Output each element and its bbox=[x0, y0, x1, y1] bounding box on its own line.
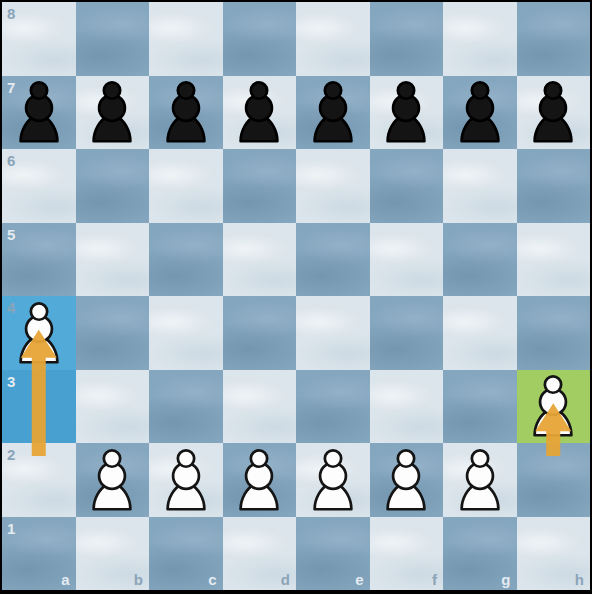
file-label-d: d bbox=[281, 572, 290, 587]
white-pawn-e2[interactable] bbox=[299, 446, 367, 514]
file-label-h: h bbox=[575, 572, 584, 587]
black-pawn-d7[interactable] bbox=[225, 78, 293, 146]
square-b2[interactable] bbox=[76, 443, 150, 517]
square-b4[interactable] bbox=[76, 296, 150, 370]
black-pawn-c7[interactable] bbox=[152, 78, 220, 146]
black-pawn-e7[interactable] bbox=[299, 78, 367, 146]
white-pawn-b2[interactable] bbox=[78, 446, 146, 514]
square-e2[interactable] bbox=[296, 443, 370, 517]
square-e5[interactable] bbox=[296, 223, 370, 297]
square-h1[interactable]: h bbox=[517, 517, 591, 591]
black-pawn-b7[interactable] bbox=[78, 78, 146, 146]
square-g1[interactable]: g bbox=[443, 517, 517, 591]
square-b6[interactable] bbox=[76, 149, 150, 223]
file-label-c: c bbox=[208, 572, 216, 587]
square-f4[interactable] bbox=[370, 296, 444, 370]
square-c5[interactable] bbox=[149, 223, 223, 297]
white-pawn-f2[interactable] bbox=[372, 446, 440, 514]
square-h2[interactable] bbox=[517, 443, 591, 517]
square-d8[interactable] bbox=[223, 2, 297, 76]
square-e7[interactable] bbox=[296, 76, 370, 150]
square-g4[interactable] bbox=[443, 296, 517, 370]
square-g8[interactable] bbox=[443, 2, 517, 76]
square-e1[interactable]: e bbox=[296, 517, 370, 591]
square-c3[interactable] bbox=[149, 370, 223, 444]
rank-label-5: 5 bbox=[7, 227, 15, 242]
square-d6[interactable] bbox=[223, 149, 297, 223]
square-c1[interactable]: c bbox=[149, 517, 223, 591]
square-a7[interactable]: 7 bbox=[2, 76, 76, 150]
black-pawn-f7[interactable] bbox=[372, 78, 440, 146]
square-c2[interactable] bbox=[149, 443, 223, 517]
black-pawn-a7[interactable] bbox=[5, 78, 73, 146]
square-c7[interactable] bbox=[149, 76, 223, 150]
square-b7[interactable] bbox=[76, 76, 150, 150]
file-label-b: b bbox=[134, 572, 143, 587]
file-label-g: g bbox=[501, 572, 510, 587]
square-a3[interactable]: 3 bbox=[2, 370, 76, 444]
white-pawn-c2[interactable] bbox=[152, 446, 220, 514]
file-label-f: f bbox=[432, 572, 437, 587]
square-b1[interactable]: b bbox=[76, 517, 150, 591]
square-h3[interactable] bbox=[517, 370, 591, 444]
white-pawn-h3[interactable] bbox=[519, 372, 587, 440]
square-f6[interactable] bbox=[370, 149, 444, 223]
square-h6[interactable] bbox=[517, 149, 591, 223]
square-f1[interactable]: f bbox=[370, 517, 444, 591]
square-d3[interactable] bbox=[223, 370, 297, 444]
square-d4[interactable] bbox=[223, 296, 297, 370]
file-label-a: a bbox=[61, 572, 69, 587]
square-e6[interactable] bbox=[296, 149, 370, 223]
square-c6[interactable] bbox=[149, 149, 223, 223]
square-e8[interactable] bbox=[296, 2, 370, 76]
chess-board: 87654321abcdefgh bbox=[2, 2, 590, 590]
white-pawn-g2[interactable] bbox=[446, 446, 514, 514]
square-f7[interactable] bbox=[370, 76, 444, 150]
file-label-e: e bbox=[355, 572, 363, 587]
square-d5[interactable] bbox=[223, 223, 297, 297]
rank-label-6: 6 bbox=[7, 153, 15, 168]
square-g5[interactable] bbox=[443, 223, 517, 297]
square-h7[interactable] bbox=[517, 76, 591, 150]
square-a4[interactable]: 4 bbox=[2, 296, 76, 370]
square-f8[interactable] bbox=[370, 2, 444, 76]
square-a2[interactable]: 2 bbox=[2, 443, 76, 517]
square-b5[interactable] bbox=[76, 223, 150, 297]
rank-label-3: 3 bbox=[7, 374, 15, 389]
square-b8[interactable] bbox=[76, 2, 150, 76]
square-d2[interactable] bbox=[223, 443, 297, 517]
square-b3[interactable] bbox=[76, 370, 150, 444]
rank-label-2: 2 bbox=[7, 447, 15, 462]
square-f2[interactable] bbox=[370, 443, 444, 517]
square-h8[interactable] bbox=[517, 2, 591, 76]
square-e4[interactable] bbox=[296, 296, 370, 370]
square-d7[interactable] bbox=[223, 76, 297, 150]
square-c4[interactable] bbox=[149, 296, 223, 370]
square-g7[interactable] bbox=[443, 76, 517, 150]
square-h4[interactable] bbox=[517, 296, 591, 370]
square-c8[interactable] bbox=[149, 2, 223, 76]
square-a6[interactable]: 6 bbox=[2, 149, 76, 223]
white-pawn-d2[interactable] bbox=[225, 446, 293, 514]
square-d1[interactable]: d bbox=[223, 517, 297, 591]
square-g2[interactable] bbox=[443, 443, 517, 517]
rank-label-8: 8 bbox=[7, 6, 15, 21]
square-a5[interactable]: 5 bbox=[2, 223, 76, 297]
square-f5[interactable] bbox=[370, 223, 444, 297]
chess-board-frame: 87654321abcdefgh bbox=[0, 0, 592, 592]
square-f3[interactable] bbox=[370, 370, 444, 444]
rank-label-1: 1 bbox=[7, 521, 15, 536]
square-a8[interactable]: 8 bbox=[2, 2, 76, 76]
square-e3[interactable] bbox=[296, 370, 370, 444]
black-pawn-g7[interactable] bbox=[446, 78, 514, 146]
white-pawn-a4[interactable] bbox=[5, 299, 73, 367]
black-pawn-h7[interactable] bbox=[519, 78, 587, 146]
square-g6[interactable] bbox=[443, 149, 517, 223]
square-a1[interactable]: 1a bbox=[2, 517, 76, 591]
square-h5[interactable] bbox=[517, 223, 591, 297]
square-g3[interactable] bbox=[443, 370, 517, 444]
